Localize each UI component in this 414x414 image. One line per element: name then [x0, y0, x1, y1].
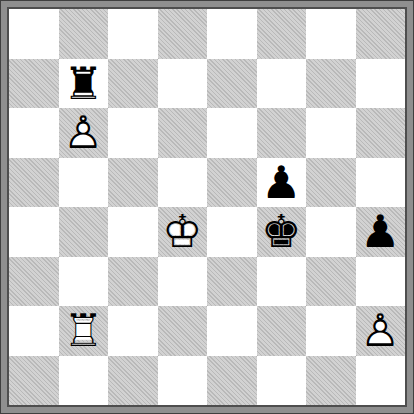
square-h1[interactable] [356, 356, 406, 406]
square-b1[interactable] [59, 356, 109, 406]
square-g5[interactable] [306, 158, 356, 208]
black-rook-piece[interactable]: ♜ [59, 59, 109, 109]
square-d7[interactable] [158, 59, 208, 109]
square-g2[interactable] [306, 306, 356, 356]
square-h2[interactable]: ♟♙ [356, 306, 406, 356]
white-king-outline-glyph: ♔ [162, 209, 202, 254]
square-f1[interactable] [257, 356, 307, 406]
square-e7[interactable] [207, 59, 257, 109]
square-a7[interactable] [9, 59, 59, 109]
black-king-piece[interactable]: ♚ [257, 207, 307, 257]
square-c3[interactable] [108, 257, 158, 307]
white-pawn-piece[interactable]: ♟♙ [356, 306, 406, 356]
square-c4[interactable] [108, 207, 158, 257]
square-d3[interactable] [158, 257, 208, 307]
square-f2[interactable] [257, 306, 307, 356]
square-d5[interactable] [158, 158, 208, 208]
square-g8[interactable] [306, 9, 356, 59]
square-g4[interactable] [306, 207, 356, 257]
square-f3[interactable] [257, 257, 307, 307]
square-e1[interactable] [207, 356, 257, 406]
white-pawn-piece[interactable]: ♟♙ [59, 108, 109, 158]
square-h5[interactable] [356, 158, 406, 208]
square-a2[interactable] [9, 306, 59, 356]
square-e4[interactable] [207, 207, 257, 257]
square-c6[interactable] [108, 108, 158, 158]
square-b3[interactable] [59, 257, 109, 307]
square-a5[interactable] [9, 158, 59, 208]
square-g7[interactable] [306, 59, 356, 109]
square-b8[interactable] [59, 9, 109, 59]
black-pawn-glyph: ♟ [261, 160, 301, 205]
square-d4[interactable]: ♚♔ [158, 207, 208, 257]
square-e6[interactable] [207, 108, 257, 158]
chess-board: ♜♟♙♟♚♔♚♟♜♖♟♙ [7, 7, 407, 407]
square-f8[interactable] [257, 9, 307, 59]
square-e2[interactable] [207, 306, 257, 356]
square-f7[interactable] [257, 59, 307, 109]
square-d6[interactable] [158, 108, 208, 158]
square-e8[interactable] [207, 9, 257, 59]
square-d2[interactable] [158, 306, 208, 356]
black-king-glyph: ♚ [261, 209, 301, 254]
square-c5[interactable] [108, 158, 158, 208]
square-h7[interactable] [356, 59, 406, 109]
black-pawn-piece[interactable]: ♟ [356, 207, 406, 257]
white-pawn-outline-glyph: ♙ [63, 110, 103, 155]
square-b4[interactable] [59, 207, 109, 257]
square-e5[interactable] [207, 158, 257, 208]
square-g3[interactable] [306, 257, 356, 307]
square-b7[interactable]: ♜ [59, 59, 109, 109]
square-d8[interactable] [158, 9, 208, 59]
square-a6[interactable] [9, 108, 59, 158]
square-a4[interactable] [9, 207, 59, 257]
square-f4[interactable]: ♚ [257, 207, 307, 257]
square-h8[interactable] [356, 9, 406, 59]
black-pawn-glyph: ♟ [360, 209, 400, 254]
square-b6[interactable]: ♟♙ [59, 108, 109, 158]
square-a8[interactable] [9, 9, 59, 59]
square-e3[interactable] [207, 257, 257, 307]
black-rook-glyph: ♜ [63, 61, 103, 106]
white-pawn-outline-glyph: ♙ [360, 308, 400, 353]
square-d1[interactable] [158, 356, 208, 406]
square-f6[interactable] [257, 108, 307, 158]
square-a3[interactable] [9, 257, 59, 307]
square-f5[interactable]: ♟ [257, 158, 307, 208]
square-a1[interactable] [9, 356, 59, 406]
square-b5[interactable] [59, 158, 109, 208]
white-king-piece[interactable]: ♚♔ [158, 207, 208, 257]
square-c1[interactable] [108, 356, 158, 406]
square-g1[interactable] [306, 356, 356, 406]
white-rook-outline-glyph: ♖ [63, 308, 103, 353]
square-b2[interactable]: ♜♖ [59, 306, 109, 356]
square-c2[interactable] [108, 306, 158, 356]
square-c8[interactable] [108, 9, 158, 59]
board-frame: ♜♟♙♟♚♔♚♟♜♖♟♙ [0, 0, 414, 414]
white-rook-piece[interactable]: ♜♖ [59, 306, 109, 356]
square-h6[interactable] [356, 108, 406, 158]
square-c7[interactable] [108, 59, 158, 109]
square-g6[interactable] [306, 108, 356, 158]
black-pawn-piece[interactable]: ♟ [257, 158, 307, 208]
square-h3[interactable] [356, 257, 406, 307]
square-h4[interactable]: ♟ [356, 207, 406, 257]
